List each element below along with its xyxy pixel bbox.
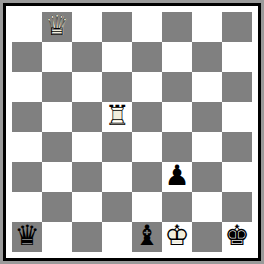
square-g1[interactable] [192,222,222,252]
square-h7[interactable] [222,42,252,72]
square-g6[interactable] [192,72,222,102]
square-h2[interactable] [222,192,252,222]
square-a3[interactable] [12,162,42,192]
square-a5[interactable] [12,102,42,132]
square-c5[interactable] [72,102,102,132]
square-c8[interactable] [72,12,102,42]
square-b2[interactable] [42,192,72,222]
white-queen-outline-icon: ♕ [44,12,69,40]
square-h3[interactable] [222,162,252,192]
square-b1[interactable] [42,222,72,252]
square-b6[interactable] [42,72,72,102]
square-g2[interactable] [192,192,222,222]
square-e5[interactable] [132,102,162,132]
chess-diagram: ♛♕♜♖♟♛♝♚♔♚ [0,0,264,264]
square-c1[interactable] [72,222,102,252]
square-g5[interactable] [192,102,222,132]
square-d8[interactable] [102,12,132,42]
square-d3[interactable] [102,162,132,192]
square-b8[interactable]: ♛♕ [42,12,72,42]
square-e8[interactable] [132,12,162,42]
black-bishop-icon: ♝ [134,222,159,250]
square-e1[interactable]: ♝ [132,222,162,252]
square-c6[interactable] [72,72,102,102]
square-e2[interactable] [132,192,162,222]
white-king-icon: ♚ [164,222,189,250]
square-f4[interactable] [162,132,192,162]
square-d6[interactable] [102,72,132,102]
square-d4[interactable] [102,132,132,162]
square-e7[interactable] [132,42,162,72]
piece-black-bishop-e1[interactable]: ♝ [132,222,162,252]
black-king-icon: ♚ [224,222,249,250]
square-h6[interactable] [222,72,252,102]
chess-board: ♛♕♜♖♟♛♝♚♔♚ [12,12,252,252]
square-c2[interactable] [72,192,102,222]
square-d7[interactable] [102,42,132,72]
square-h1[interactable]: ♚ [222,222,252,252]
black-pawn-icon: ♟ [164,162,189,190]
square-g7[interactable] [192,42,222,72]
square-f1[interactable]: ♚♔ [162,222,192,252]
white-king-outline-icon: ♔ [164,222,189,250]
white-rook-icon: ♜ [104,102,129,130]
square-g8[interactable] [192,12,222,42]
square-b7[interactable] [42,42,72,72]
square-e4[interactable] [132,132,162,162]
piece-black-pawn-f3[interactable]: ♟ [162,162,192,192]
square-f8[interactable] [162,12,192,42]
square-d2[interactable] [102,192,132,222]
black-queen-icon: ♛ [14,222,39,250]
square-a2[interactable] [12,192,42,222]
square-c3[interactable] [72,162,102,192]
square-c4[interactable] [72,132,102,162]
white-rook-outline-icon: ♖ [104,102,129,130]
square-f2[interactable] [162,192,192,222]
piece-white-king-f1[interactable]: ♚♔ [162,222,192,252]
square-a4[interactable] [12,132,42,162]
square-a6[interactable] [12,72,42,102]
square-b4[interactable] [42,132,72,162]
square-g3[interactable] [192,162,222,192]
square-e3[interactable] [132,162,162,192]
square-f3[interactable]: ♟ [162,162,192,192]
piece-black-queen-a1[interactable]: ♛ [12,222,42,252]
piece-black-king-h1[interactable]: ♚ [222,222,252,252]
square-h5[interactable] [222,102,252,132]
square-h8[interactable] [222,12,252,42]
square-b3[interactable] [42,162,72,192]
square-d1[interactable] [102,222,132,252]
square-f7[interactable] [162,42,192,72]
piece-white-queen-b8[interactable]: ♛♕ [42,12,72,42]
square-c7[interactable] [72,42,102,72]
square-f6[interactable] [162,72,192,102]
square-f5[interactable] [162,102,192,132]
board-frame: ♛♕♜♖♟♛♝♚♔♚ [3,3,261,261]
square-g4[interactable] [192,132,222,162]
square-b5[interactable] [42,102,72,132]
square-e6[interactable] [132,72,162,102]
white-queen-icon: ♛ [44,12,69,40]
square-a8[interactable] [12,12,42,42]
square-a1[interactable]: ♛ [12,222,42,252]
square-a7[interactable] [12,42,42,72]
piece-white-rook-d5[interactable]: ♜♖ [102,102,132,132]
square-h4[interactable] [222,132,252,162]
square-d5[interactable]: ♜♖ [102,102,132,132]
